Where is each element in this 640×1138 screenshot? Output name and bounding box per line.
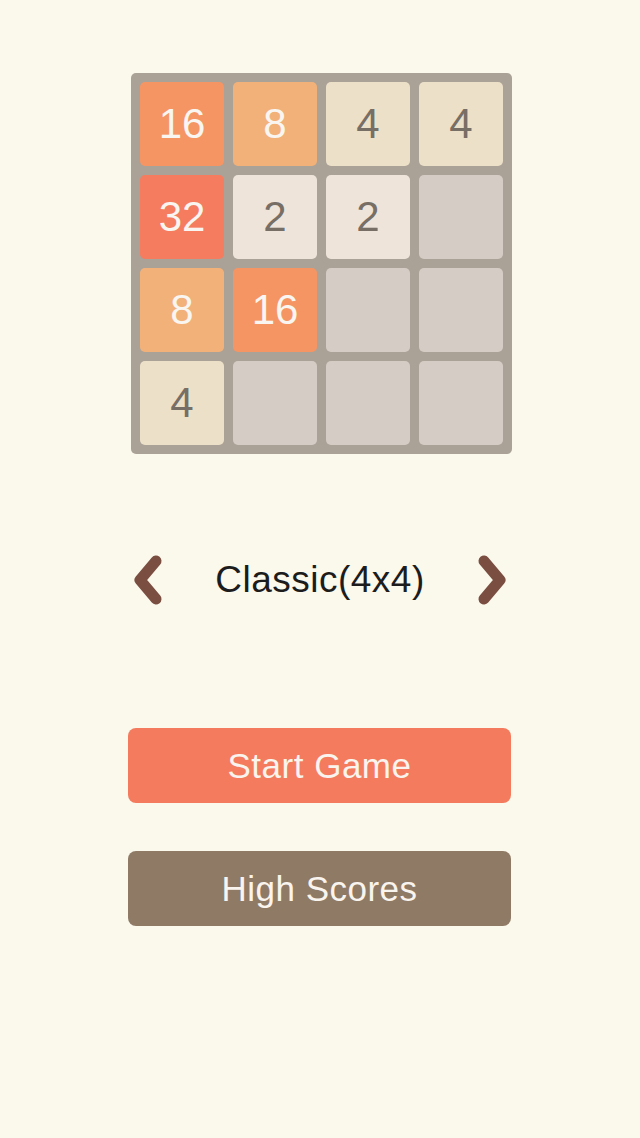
- empty-cell: [326, 268, 410, 352]
- empty-cell: [419, 175, 503, 259]
- empty-cell: [419, 361, 503, 445]
- tile-2: 2: [233, 175, 317, 259]
- empty-cell: [419, 268, 503, 352]
- start-game-button[interactable]: Start Game: [128, 728, 511, 803]
- empty-cell: [233, 361, 317, 445]
- board: 1684432228164: [131, 73, 512, 454]
- chevron-right-icon[interactable]: [472, 551, 512, 609]
- high-scores-button[interactable]: High Scores: [128, 851, 511, 926]
- empty-cell: [326, 361, 410, 445]
- mode-selector: Classic(4x4): [128, 548, 512, 612]
- tile-4: 4: [419, 82, 503, 166]
- tile-4: 4: [140, 361, 224, 445]
- tile-8: 8: [140, 268, 224, 352]
- tile-16: 16: [140, 82, 224, 166]
- mode-label: Classic(4x4): [168, 559, 472, 601]
- tile-8: 8: [233, 82, 317, 166]
- chevron-left-icon[interactable]: [128, 551, 168, 609]
- game-menu-screen: 1684432228164 Classic(4x4) Start Game Hi…: [0, 0, 640, 1138]
- tile-16: 16: [233, 268, 317, 352]
- tile-2: 2: [326, 175, 410, 259]
- tile-32: 32: [140, 175, 224, 259]
- tile-4: 4: [326, 82, 410, 166]
